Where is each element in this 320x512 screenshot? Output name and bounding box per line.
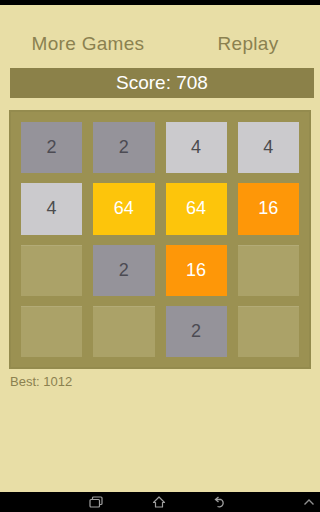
- tile-16-r3c3: 16: [166, 245, 227, 296]
- tile-4-r2c1: 4: [21, 183, 82, 234]
- score-label: Score: 708: [116, 72, 208, 94]
- tile-4-r1c3: 4: [166, 122, 227, 173]
- recent-apps-icon[interactable]: [89, 496, 103, 508]
- empty-cell-r3c4: [238, 245, 299, 296]
- tile-64-r2c2: 64: [93, 183, 154, 234]
- tile-2-r3c2: 2: [93, 245, 154, 296]
- tile-64-r2c3: 64: [166, 183, 227, 234]
- back-icon[interactable]: [212, 496, 226, 508]
- tile-2-r4c3: 2: [166, 306, 227, 357]
- empty-cell-r3c1: [21, 245, 82, 296]
- empty-cell-r4c2: [93, 306, 154, 357]
- hide-navigation-chevron-icon[interactable]: [302, 496, 316, 508]
- score-bar: Score: 708: [10, 68, 314, 98]
- tile-4-r1c4: 4: [238, 122, 299, 173]
- tile-2-r1c1: 2: [21, 122, 82, 173]
- home-icon[interactable]: [152, 496, 166, 508]
- app-screen: More Games Replay Score: 708 22444646416…: [0, 0, 320, 512]
- status-bar: [0, 0, 320, 5]
- tile-2-r1c2: 2: [93, 122, 154, 173]
- empty-cell-r4c1: [21, 306, 82, 357]
- menu-row: More Games Replay: [0, 30, 320, 58]
- board[interactable]: 224446464162162: [9, 110, 311, 369]
- tile-16-r2c4: 16: [238, 183, 299, 234]
- empty-cell-r4c4: [238, 306, 299, 357]
- navigation-bar: [0, 492, 320, 512]
- replay-button[interactable]: Replay: [176, 30, 320, 58]
- best-score-label: Best: 1012: [10, 374, 72, 389]
- more-games-button[interactable]: More Games: [0, 30, 176, 58]
